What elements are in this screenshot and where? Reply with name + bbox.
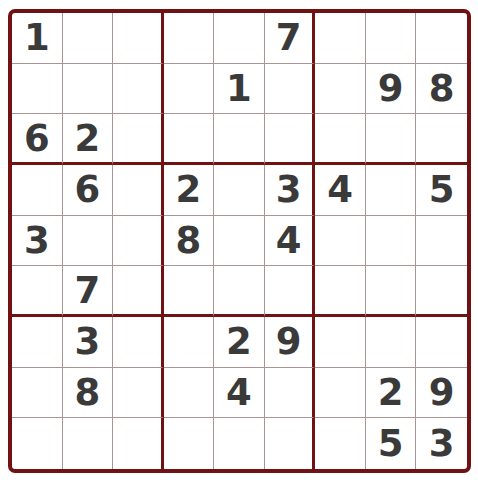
cell-r5c3[interactable] (113, 216, 164, 267)
cell-r3c8[interactable] (366, 114, 417, 165)
cell-r1c6[interactable]: 7 (265, 13, 316, 64)
cell-r1c9[interactable] (416, 13, 467, 64)
cell-r9c6[interactable] (265, 418, 316, 469)
sudoku-board: 1719862623453847329842953 (8, 9, 471, 473)
cell-r8c8[interactable]: 2 (366, 368, 417, 419)
cell-r5c7[interactable] (315, 216, 366, 267)
cell-r1c5[interactable] (214, 13, 265, 64)
cell-r5c9[interactable] (416, 216, 467, 267)
cell-r6c2[interactable]: 7 (63, 266, 114, 317)
cell-r6c8[interactable] (366, 266, 417, 317)
cell-r5c1[interactable]: 3 (12, 216, 63, 267)
cell-r7c8[interactable] (366, 317, 417, 368)
cell-r9c2[interactable] (63, 418, 114, 469)
cell-r4c5[interactable] (214, 165, 265, 216)
cell-r3c3[interactable] (113, 114, 164, 165)
cell-r7c7[interactable] (315, 317, 366, 368)
cell-r3c5[interactable] (214, 114, 265, 165)
sudoku-page: 1719862623453847329842953 (0, 0, 478, 480)
cell-r3c9[interactable] (416, 114, 467, 165)
cell-r3c4[interactable] (164, 114, 215, 165)
cell-r2c7[interactable] (315, 64, 366, 115)
cell-r3c6[interactable] (265, 114, 316, 165)
cell-r8c1[interactable] (12, 368, 63, 419)
cell-r1c2[interactable] (63, 13, 114, 64)
cell-r2c8[interactable]: 9 (366, 64, 417, 115)
cell-r6c5[interactable] (214, 266, 265, 317)
cell-r7c3[interactable] (113, 317, 164, 368)
cell-r1c1[interactable]: 1 (12, 13, 63, 64)
cell-r4c8[interactable] (366, 165, 417, 216)
cell-r6c1[interactable] (12, 266, 63, 317)
cell-r9c9[interactable]: 3 (416, 418, 467, 469)
cell-r9c5[interactable] (214, 418, 265, 469)
cell-r2c5[interactable]: 1 (214, 64, 265, 115)
cell-r8c2[interactable]: 8 (63, 368, 114, 419)
cell-r8c5[interactable]: 4 (214, 368, 265, 419)
cell-r9c1[interactable] (12, 418, 63, 469)
cell-r7c2[interactable]: 3 (63, 317, 114, 368)
cell-r5c4[interactable]: 8 (164, 216, 215, 267)
cell-r5c2[interactable] (63, 216, 114, 267)
cell-r1c3[interactable] (113, 13, 164, 64)
cell-r6c4[interactable] (164, 266, 215, 317)
cell-r6c6[interactable] (265, 266, 316, 317)
cell-r5c8[interactable] (366, 216, 417, 267)
cell-r4c2[interactable]: 6 (63, 165, 114, 216)
cell-r7c4[interactable] (164, 317, 215, 368)
cell-r4c6[interactable]: 3 (265, 165, 316, 216)
cell-r8c4[interactable] (164, 368, 215, 419)
cell-r8c7[interactable] (315, 368, 366, 419)
cell-r8c3[interactable] (113, 368, 164, 419)
cell-r3c7[interactable] (315, 114, 366, 165)
cell-r5c5[interactable] (214, 216, 265, 267)
cell-r2c9[interactable]: 8 (416, 64, 467, 115)
cell-r9c4[interactable] (164, 418, 215, 469)
cell-r4c7[interactable]: 4 (315, 165, 366, 216)
cell-r2c6[interactable] (265, 64, 316, 115)
cell-r3c1[interactable]: 6 (12, 114, 63, 165)
cell-r5c6[interactable]: 4 (265, 216, 316, 267)
cell-r9c8[interactable]: 5 (366, 418, 417, 469)
cell-r3c2[interactable]: 2 (63, 114, 114, 165)
cell-r8c9[interactable]: 9 (416, 368, 467, 419)
cell-r4c9[interactable]: 5 (416, 165, 467, 216)
cell-r7c1[interactable] (12, 317, 63, 368)
cell-r9c3[interactable] (113, 418, 164, 469)
cell-r2c1[interactable] (12, 64, 63, 115)
cell-r2c2[interactable] (63, 64, 114, 115)
cell-r7c6[interactable]: 9 (265, 317, 316, 368)
cell-r9c7[interactable] (315, 418, 366, 469)
cell-r6c3[interactable] (113, 266, 164, 317)
cell-r7c5[interactable]: 2 (214, 317, 265, 368)
cell-r4c1[interactable] (12, 165, 63, 216)
cell-r6c7[interactable] (315, 266, 366, 317)
cell-r8c6[interactable] (265, 368, 316, 419)
cell-r4c4[interactable]: 2 (164, 165, 215, 216)
cell-r2c3[interactable] (113, 64, 164, 115)
cell-r4c3[interactable] (113, 165, 164, 216)
cell-r2c4[interactable] (164, 64, 215, 115)
cell-r1c8[interactable] (366, 13, 417, 64)
cell-r7c9[interactable] (416, 317, 467, 368)
cell-r1c4[interactable] (164, 13, 215, 64)
cell-r1c7[interactable] (315, 13, 366, 64)
cell-r6c9[interactable] (416, 266, 467, 317)
